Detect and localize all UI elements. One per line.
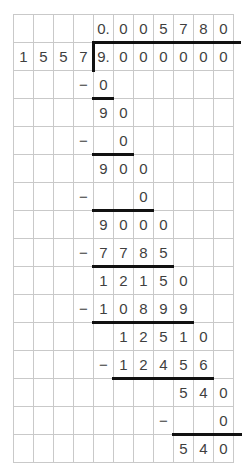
cell-r4c0 — [14, 127, 34, 155]
cell-r11c3 — [74, 323, 94, 351]
cell-r1c5: 0 — [114, 43, 134, 71]
cell-r14c10: 0 — [214, 407, 234, 435]
cell-r3c3 — [74, 99, 94, 127]
cell-r1c2: 5 — [54, 43, 74, 71]
cell-r11c9: 0 — [194, 323, 214, 351]
cell-r7c4: 9 — [94, 211, 114, 239]
cell-r15c6 — [134, 435, 154, 463]
subtraction-underline-4 — [92, 321, 194, 324]
cell-r13c7 — [154, 379, 174, 407]
cell-r10c9 — [194, 295, 214, 323]
cell-r0c10: 0 — [214, 15, 234, 43]
cell-r6c6: 0 — [134, 183, 154, 211]
cell-r6c4 — [94, 183, 114, 211]
cell-r7c10 — [214, 211, 234, 239]
cell-r13c8: 5 — [174, 379, 194, 407]
cell-r14c2 — [54, 407, 74, 435]
cell-r15c9: 4 — [194, 435, 214, 463]
cell-r10c6: 8 — [134, 295, 154, 323]
cell-r5c8 — [174, 155, 194, 183]
subtraction-underline-1 — [92, 153, 134, 156]
cell-r9c3 — [74, 267, 94, 295]
cell-r8c1 — [34, 239, 54, 267]
cell-r12c6: 2 — [134, 351, 154, 379]
cell-r9c6: 1 — [134, 267, 154, 295]
cell-r5c6: 0 — [134, 155, 154, 183]
cell-r12c10 — [214, 351, 234, 379]
cell-r4c9 — [194, 127, 214, 155]
cell-r11c5: 1 — [114, 323, 134, 351]
cell-r15c5 — [114, 435, 134, 463]
cell-r5c10 — [214, 155, 234, 183]
cell-r3c4: 9 — [94, 99, 114, 127]
cell-r2c6 — [134, 71, 154, 99]
cell-r8c10 — [214, 239, 234, 267]
cell-r2c4: 0 — [94, 71, 114, 99]
subtraction-underline-6 — [172, 433, 242, 436]
cell-r7c6: 0 — [134, 211, 154, 239]
cell-r0c5: 0 — [114, 15, 134, 43]
cell-r10c4: 1 — [94, 295, 114, 323]
cell-r13c9: 4 — [194, 379, 214, 407]
cell-r15c0 — [14, 435, 34, 463]
cell-r12c9: 6 — [194, 351, 214, 379]
cell-r12c3 — [74, 351, 94, 379]
cell-r9c7: 5 — [154, 267, 174, 295]
cell-r2c3: − — [74, 71, 94, 99]
cell-r4c1 — [34, 127, 54, 155]
division-bracket-vertical — [92, 41, 95, 72]
cell-r15c4 — [94, 435, 114, 463]
cell-r13c3 — [74, 379, 94, 407]
cell-r3c0 — [14, 99, 34, 127]
cell-r0c8: 7 — [174, 15, 194, 43]
cell-r11c10 — [214, 323, 234, 351]
cell-r15c3 — [74, 435, 94, 463]
cell-r5c1 — [34, 155, 54, 183]
cell-r12c7: 4 — [154, 351, 174, 379]
cell-r11c4 — [94, 323, 114, 351]
cell-r6c2 — [54, 183, 74, 211]
cell-r12c2 — [54, 351, 74, 379]
cell-r6c5 — [114, 183, 134, 211]
cell-r8c4: 7 — [94, 239, 114, 267]
cell-r1c0: 1 — [14, 43, 34, 71]
cell-r10c1 — [34, 295, 54, 323]
cell-r8c6: 8 — [134, 239, 154, 267]
cell-r13c2 — [54, 379, 74, 407]
cell-r7c3 — [74, 211, 94, 239]
cell-r3c2 — [54, 99, 74, 127]
cell-r3c9 — [194, 99, 214, 127]
cell-r10c5: 0 — [114, 295, 134, 323]
cell-r9c8: 0 — [174, 267, 194, 295]
cell-r8c2 — [54, 239, 74, 267]
cell-r8c3: − — [74, 239, 94, 267]
cell-r6c10 — [214, 183, 234, 211]
cell-r14c0 — [14, 407, 34, 435]
cell-r1c9: 0 — [194, 43, 214, 71]
cell-r13c4 — [94, 379, 114, 407]
cell-r8c7: 5 — [154, 239, 174, 267]
cell-r11c6: 2 — [134, 323, 154, 351]
cell-r5c3 — [74, 155, 94, 183]
cell-r10c8: 9 — [174, 295, 194, 323]
cell-r1c8: 0 — [174, 43, 194, 71]
cell-r1c7: 0 — [154, 43, 174, 71]
cell-r11c7: 5 — [154, 323, 174, 351]
cell-r3c8 — [174, 99, 194, 127]
cell-r8c8 — [174, 239, 194, 267]
cell-r5c5: 0 — [114, 155, 134, 183]
cell-r4c8 — [174, 127, 194, 155]
cell-r5c0 — [14, 155, 34, 183]
cell-r12c4: − — [94, 351, 114, 379]
cell-r14c1 — [34, 407, 54, 435]
cell-r7c0 — [14, 211, 34, 239]
cell-r9c2 — [54, 267, 74, 295]
cell-r9c10 — [214, 267, 234, 295]
cell-r14c6 — [134, 407, 154, 435]
cell-r7c2 — [54, 211, 74, 239]
division-bracket-horizontal — [92, 41, 241, 44]
cell-r13c0 — [14, 379, 34, 407]
cell-r4c6 — [134, 127, 154, 155]
cell-r6c1 — [34, 183, 54, 211]
cell-r14c8 — [174, 407, 194, 435]
cell-r14c4 — [94, 407, 114, 435]
cell-r15c1 — [34, 435, 54, 463]
cell-r4c7 — [154, 127, 174, 155]
cell-r15c10: 0 — [214, 435, 234, 463]
cell-r6c3: − — [74, 183, 94, 211]
cell-r13c5 — [114, 379, 134, 407]
cell-r7c8 — [174, 211, 194, 239]
cell-r14c9 — [194, 407, 214, 435]
cell-r0c0 — [14, 15, 34, 43]
cell-r1c4: 9. — [94, 43, 114, 71]
cell-r4c5: 0 — [114, 127, 134, 155]
cell-r2c5 — [114, 71, 134, 99]
cell-r2c2 — [54, 71, 74, 99]
cell-r11c1 — [34, 323, 54, 351]
cell-r5c4: 9 — [94, 155, 114, 183]
cell-r9c4: 1 — [94, 267, 114, 295]
cell-r3c7 — [154, 99, 174, 127]
cell-r10c3: − — [74, 295, 94, 323]
cell-r2c1 — [34, 71, 54, 99]
cell-r12c8: 5 — [174, 351, 194, 379]
cell-r7c5: 0 — [114, 211, 134, 239]
cell-r10c2 — [54, 295, 74, 323]
cell-r10c0 — [14, 295, 34, 323]
cell-r10c7: 9 — [154, 295, 174, 323]
cell-r9c9 — [194, 267, 214, 295]
cell-r12c1 — [34, 351, 54, 379]
cell-r13c10: 0 — [214, 379, 234, 407]
cell-r3c5: 0 — [114, 99, 134, 127]
cell-r0c1 — [34, 15, 54, 43]
cell-r15c8: 5 — [174, 435, 194, 463]
cell-r5c9 — [194, 155, 214, 183]
cell-r3c10 — [214, 99, 234, 127]
cell-r7c9 — [194, 211, 214, 239]
subtraction-underline-3 — [92, 265, 174, 268]
cell-r6c9 — [194, 183, 214, 211]
cell-r4c2 — [54, 127, 74, 155]
cell-r9c1 — [34, 267, 54, 295]
cell-r2c9 — [194, 71, 214, 99]
cell-r0c3 — [74, 15, 94, 43]
cell-r4c10 — [214, 127, 234, 155]
cell-r4c3: − — [74, 127, 94, 155]
cell-r11c0 — [14, 323, 34, 351]
cell-r0c6: 0 — [134, 15, 154, 43]
cell-r5c7 — [154, 155, 174, 183]
cell-r6c0 — [14, 183, 34, 211]
subtraction-underline-5 — [112, 377, 214, 380]
subtraction-underline-2 — [92, 209, 154, 212]
cell-r14c5 — [114, 407, 134, 435]
cell-r1c10: 0 — [214, 43, 234, 71]
cell-r8c0 — [14, 239, 34, 267]
cell-r4c4 — [94, 127, 114, 155]
long-division-worksheet: 0.00578015579.000000−090−0900−09000−7785… — [0, 0, 243, 469]
cell-r11c2 — [54, 323, 74, 351]
division-grid: 0.00578015579.000000−090−0900−09000−7785… — [13, 14, 234, 463]
cell-r1c1: 5 — [34, 43, 54, 71]
cell-r3c6 — [134, 99, 154, 127]
cell-r12c0 — [14, 351, 34, 379]
cell-r13c6 — [134, 379, 154, 407]
cell-r1c3: 7 — [74, 43, 94, 71]
cell-r9c5: 2 — [114, 267, 134, 295]
cell-r0c2 — [54, 15, 74, 43]
cell-r11c8: 1 — [174, 323, 194, 351]
cell-r1c6: 0 — [134, 43, 154, 71]
cell-r6c7 — [154, 183, 174, 211]
cell-r13c1 — [34, 379, 54, 407]
cell-r2c0 — [14, 71, 34, 99]
cell-r14c3 — [74, 407, 94, 435]
cell-r8c5: 7 — [114, 239, 134, 267]
cell-r7c1 — [34, 211, 54, 239]
cell-r14c7: − — [154, 407, 174, 435]
cell-r8c9 — [194, 239, 214, 267]
cell-r0c9: 8 — [194, 15, 214, 43]
cell-r15c7 — [154, 435, 174, 463]
cell-r0c7: 5 — [154, 15, 174, 43]
cell-r9c0 — [14, 267, 34, 295]
cell-r2c8 — [174, 71, 194, 99]
cell-r2c7 — [154, 71, 174, 99]
subtraction-underline-0 — [92, 97, 114, 100]
cell-r5c2 — [54, 155, 74, 183]
cell-r2c10 — [214, 71, 234, 99]
cell-r0c4: 0. — [94, 15, 114, 43]
cell-r10c10 — [214, 295, 234, 323]
cell-r15c2 — [54, 435, 74, 463]
cell-r12c5: 1 — [114, 351, 134, 379]
cell-r6c8 — [174, 183, 194, 211]
cell-r7c7: 0 — [154, 211, 174, 239]
cell-r3c1 — [34, 99, 54, 127]
